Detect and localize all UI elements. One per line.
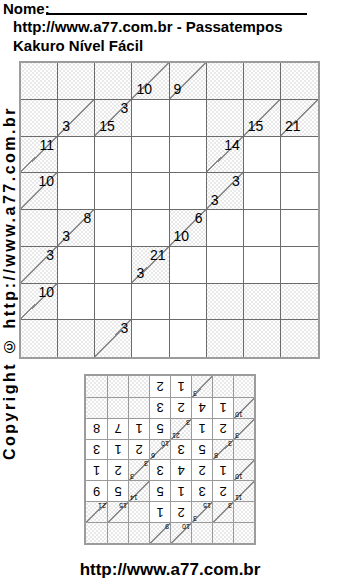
solution-cell-r5c7: 1 (107, 439, 128, 460)
main-cell-r3c6: 14 (207, 137, 244, 174)
down-clue: 15 (203, 502, 211, 509)
solution-value: 1 (129, 419, 149, 439)
solution-cell-r5c2: 83 (212, 439, 233, 460)
solution-cell-r7c2: 1 (212, 397, 233, 418)
main-cell-r3c2[interactable] (58, 137, 95, 174)
across-clue: 21 (150, 248, 166, 263)
solution-cell-r7c1: 10 (233, 397, 254, 418)
solution-cell-r3c2: 2 (212, 480, 233, 501)
solution-cell-r6c2: 2 (212, 418, 233, 439)
solution-cell-r8c7 (107, 376, 128, 397)
solution-value: 5 (192, 440, 212, 460)
main-cell-r4c3[interactable] (95, 173, 132, 210)
solution-value: 3 (192, 481, 212, 501)
solution-value: 1 (213, 398, 233, 418)
solution-cell-r1c1 (233, 522, 254, 543)
main-cell-r3c1: 11 (21, 137, 58, 174)
main-cell-r6c3[interactable] (95, 247, 132, 284)
main-cell-r5c3[interactable] (95, 210, 132, 247)
main-cell-r5c7[interactable] (244, 210, 281, 247)
across-clue: 11 (235, 494, 242, 501)
solution-cell-r3c4: 1 (170, 480, 191, 501)
main-cell-r2c4[interactable] (132, 100, 169, 137)
solution-cell-r6c8: 8 (86, 418, 107, 439)
solution-value: 1 (171, 376, 191, 397)
main-cell-r2c8: 21 (281, 100, 318, 137)
main-cell-r1c7 (244, 63, 281, 100)
solution-cell-r8c1 (233, 376, 254, 397)
main-cell-r6c7[interactable] (244, 247, 281, 284)
main-cell-r6c6[interactable] (207, 247, 244, 284)
solution-value: 1 (150, 502, 170, 522)
solution-cell-r3c8: 9 (86, 480, 107, 501)
solution-cell-r7c3: 4 (191, 397, 212, 418)
main-cell-r1c6 (207, 63, 244, 100)
main-cell-r3c5[interactable] (170, 137, 207, 174)
main-cell-r7c7 (244, 284, 281, 321)
solution-cell-r2c2: 3 (212, 501, 233, 522)
main-cell-r5c8[interactable] (281, 210, 318, 247)
down-clue: 10 (161, 440, 169, 447)
solution-value: 1 (192, 419, 212, 439)
across-clue: 10 (39, 285, 55, 300)
main-cell-r4c5[interactable] (170, 173, 207, 210)
solution-value: 2 (213, 419, 233, 439)
footer-url: http://www.a77.com.br (0, 560, 340, 580)
solution-cell-r5c4: 3 (170, 439, 191, 460)
across-clue: 3 (46, 248, 54, 263)
across-clue: 3 (121, 101, 129, 116)
solution-cell-r1c3 (191, 522, 212, 543)
solution-cell-r5c1 (233, 439, 254, 460)
main-cell-r5c1 (21, 210, 58, 247)
down-clue: 9 (174, 82, 182, 97)
solution-value: 5 (150, 481, 170, 501)
solution-cell-r7c5: 3 (149, 397, 170, 418)
solution-cell-r4c5: 3 (149, 460, 170, 481)
solution-cell-r6c5: 5 (149, 418, 170, 439)
name-label: Nome: (3, 0, 50, 17)
main-cell-r6c5[interactable] (170, 247, 207, 284)
kakuro-board: 1093315152111141033836103213103 (19, 61, 320, 359)
solution-cell-r5c8: 3 (86, 439, 107, 460)
main-cell-r5c2: 83 (58, 210, 95, 247)
site-line: http://www.a77.com.br - Passatempos (13, 18, 283, 35)
solution-cell-r2c5: 1 (149, 501, 170, 522)
down-clue: 9 (165, 523, 169, 530)
across-clue: 3 (130, 473, 134, 480)
main-cell-r1c8 (281, 63, 318, 100)
across-clue: 14 (224, 138, 240, 153)
solution-value: 4 (171, 461, 191, 481)
across-clue: 11 (40, 138, 55, 153)
solution-cell-r8c6 (128, 376, 149, 397)
down-clue: 21 (285, 119, 301, 134)
solution-cell-r3c6: 14 (128, 480, 149, 501)
main-cell-r1c4: 10 (132, 63, 169, 100)
main-cell-r8c3: 3 (95, 320, 132, 357)
solution-cell-r2c3: 315 (191, 501, 212, 522)
main-cell-r2c2: 3 (58, 100, 95, 137)
solution-value: 5 (108, 481, 128, 501)
main-cell-r6c1: 3 (21, 247, 58, 284)
solution-cell-r6c3: 1 (191, 418, 212, 439)
solution-cell-r8c8 (86, 376, 107, 397)
solution-cell-r2c8: 21 (86, 501, 107, 522)
across-clue: 3 (232, 174, 240, 189)
solution-value: 7 (108, 419, 128, 439)
main-cell-r2c3: 315 (95, 100, 132, 137)
main-cell-r3c3[interactable] (95, 137, 132, 174)
page-title: Kakuro Nível Fácil (13, 37, 143, 54)
across-clue: 10 (235, 411, 243, 418)
main-cell-r6c8[interactable] (281, 247, 318, 284)
main-cell-r2c6 (207, 100, 244, 137)
solution-cell-r4c2: 1 (212, 460, 233, 481)
down-clue: 10 (182, 523, 190, 530)
solution-cell-r4c1: 10 (233, 460, 254, 481)
solution-cell-r2c7: 15 (107, 501, 128, 522)
main-cell-r7c1: 10 (21, 284, 58, 321)
across-clue: 10 (39, 174, 55, 189)
solution-cell-r4c6: 33 (128, 460, 149, 481)
across-clue: 21 (172, 432, 180, 439)
solution-cell-r3c3: 3 (191, 480, 212, 501)
solution-cell-r2c6 (128, 501, 149, 522)
down-clue: 3 (62, 229, 70, 244)
main-cell-r4c2[interactable] (58, 173, 95, 210)
solution-cell-r6c1: 3 (233, 418, 254, 439)
down-clue: 3 (62, 119, 70, 134)
solution-cell-r8c2 (212, 376, 233, 397)
solution-value: 4 (192, 398, 212, 418)
solution-cell-r1c4: 10 (170, 522, 191, 543)
solution-value: 8 (86, 419, 107, 439)
solution-cell-r7c7 (107, 397, 128, 418)
solution-value: 9 (86, 481, 107, 501)
down-clue: 15 (248, 119, 264, 134)
main-cell-r6c2[interactable] (58, 247, 95, 284)
main-cell-r8c4[interactable] (132, 320, 169, 357)
solution-value: 2 (108, 461, 128, 481)
down-clue: 3 (228, 440, 232, 447)
solution-cell-r3c1: 11 (233, 480, 254, 501)
down-clue: 15 (119, 502, 127, 509)
solution-value: 1 (108, 440, 128, 460)
solution-cell-r7c4: 2 (170, 397, 191, 418)
across-clue: 8 (214, 453, 218, 460)
main-cell-r7c4[interactable] (132, 284, 169, 321)
main-cell-r8c2 (58, 320, 95, 357)
main-cell-r1c3 (95, 63, 132, 100)
solution-cell-r6c6: 1 (128, 418, 149, 439)
across-clue: 14 (130, 494, 138, 501)
solution-value: 2 (192, 461, 212, 481)
solution-value: 3 (150, 461, 170, 481)
across-clue: 3 (235, 432, 239, 439)
main-cell-r6c4: 213 (132, 247, 169, 284)
solution-cell-r7c6 (128, 397, 149, 418)
across-clue: 6 (195, 211, 203, 226)
solution-value: 1 (213, 461, 233, 481)
solution-cell-r2c1 (233, 501, 254, 522)
main-cell-r8c6 (207, 320, 244, 357)
main-cell-r7c3[interactable] (95, 284, 132, 321)
solution-cell-r5c3: 5 (191, 439, 212, 460)
main-cell-r3c4[interactable] (132, 137, 169, 174)
down-clue: 3 (136, 266, 144, 281)
main-cell-r7c8 (281, 284, 318, 321)
copyright-vertical: Copyright © http://www.a77.com.br (1, 56, 19, 460)
main-cell-r7c6 (207, 284, 244, 321)
solution-value: 1 (171, 481, 191, 501)
solution-cell-r1c6 (128, 522, 149, 543)
down-clue: 10 (174, 229, 190, 244)
name-underline (46, 0, 307, 15)
solution-cell-r5c5: 610 (149, 439, 170, 460)
solution-cell-r8c4: 1 (170, 376, 191, 397)
across-clue: 6 (151, 453, 155, 460)
solution-value: 2 (129, 440, 149, 460)
main-cell-r2c1 (21, 100, 58, 137)
solution-value: 3 (171, 440, 191, 460)
down-clue: 15 (99, 119, 115, 134)
main-cell-r8c8 (281, 320, 318, 357)
across-clue: 3 (193, 390, 197, 397)
solution-cell-r4c4: 4 (170, 460, 191, 481)
solution-cell-r2c4: 2 (170, 501, 191, 522)
across-clue: 3 (193, 515, 197, 522)
solution-value: 5 (150, 419, 170, 439)
main-cell-r4c6: 33 (207, 173, 244, 210)
solution-cell-r8c3: 3 (191, 376, 212, 397)
main-cell-r4c1: 10 (21, 173, 58, 210)
across-clue: 10 (235, 473, 243, 480)
solution-value: 1 (86, 461, 107, 481)
main-cell-r7c5[interactable] (170, 284, 207, 321)
main-cell-r1c1 (21, 63, 58, 100)
main-cell-r5c6[interactable] (207, 210, 244, 247)
main-cell-r2c7: 15 (244, 100, 281, 137)
solution-cell-r1c8 (86, 522, 107, 543)
solution-cell-r6c4: 213 (170, 418, 191, 439)
down-clue: 3 (186, 419, 190, 426)
solution-cell-r1c7 (107, 522, 128, 543)
down-clue: 3 (211, 193, 219, 208)
solution-cell-r1c2 (212, 522, 233, 543)
main-cell-r4c4[interactable] (132, 173, 169, 210)
main-cell-r8c7 (244, 320, 281, 357)
solution-cell-r1c5: 9 (149, 522, 170, 543)
solution-cell-r4c8: 1 (86, 460, 107, 481)
across-clue: 3 (121, 321, 129, 336)
main-cell-r2c5[interactable] (170, 100, 207, 137)
solution-cell-r3c7: 5 (107, 480, 128, 501)
main-cell-r5c5: 610 (170, 210, 207, 247)
solution-value: 2 (213, 481, 233, 501)
solution-value: 3 (150, 398, 170, 418)
kakuro-solution-board: 1093315211521112315145910124333218353610… (84, 374, 256, 545)
solution-value: 2 (171, 502, 191, 522)
solution-cell-r4c3: 2 (191, 460, 212, 481)
solution-cell-r3c5: 5 (149, 480, 170, 501)
solution-cell-r5c6: 2 (128, 439, 149, 460)
across-clue: 8 (83, 211, 91, 226)
main-cell-r4c7[interactable] (244, 173, 281, 210)
main-cell-r3c8[interactable] (281, 137, 318, 174)
solution-cell-r8c5: 2 (149, 376, 170, 397)
main-cell-r3c7[interactable] (244, 137, 281, 174)
main-cell-r7c2[interactable] (58, 284, 95, 321)
main-cell-r1c2 (58, 63, 95, 100)
solution-value: 2 (150, 376, 170, 397)
down-clue: 3 (144, 461, 148, 468)
down-clue: 3 (228, 502, 232, 509)
main-cell-r1c5: 9 (170, 63, 207, 100)
down-clue: 10 (136, 82, 152, 97)
solution-cell-r6c7: 7 (107, 418, 128, 439)
main-cell-r8c1 (21, 320, 58, 357)
solution-value: 2 (171, 398, 191, 418)
solution-cell-r4c7: 2 (107, 460, 128, 481)
solution-cell-r7c8 (86, 397, 107, 418)
solution-value: 3 (86, 440, 107, 460)
main-cell-r8c5[interactable] (170, 320, 207, 357)
main-cell-r5c4[interactable] (132, 210, 169, 247)
main-cell-r4c8[interactable] (281, 173, 318, 210)
down-clue: 21 (98, 502, 106, 509)
